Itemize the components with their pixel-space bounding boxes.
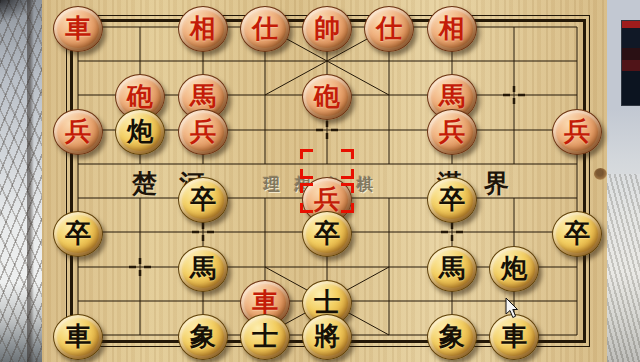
red-elephant[interactable]: 相 bbox=[427, 6, 477, 52]
piece-character: 卒 bbox=[314, 221, 340, 247]
red-elephant[interactable]: 相 bbox=[178, 6, 228, 52]
black-cannon[interactable]: 炮 bbox=[489, 246, 539, 292]
game-screen: 楚河 漢界 理想象棋 車相仕帥仕相砲馬砲馬兵兵兵兵兵車炮卒卒卒卒卒馬馬炮車象士士… bbox=[0, 0, 640, 362]
piece-character: 炮 bbox=[501, 256, 527, 282]
piece-character: 士 bbox=[314, 290, 340, 316]
piece-character: 兵 bbox=[190, 119, 216, 145]
piece-character: 兵 bbox=[564, 119, 590, 145]
red-soldier[interactable]: 兵 bbox=[53, 109, 103, 155]
piece-character: 卒 bbox=[439, 187, 465, 213]
mouse-cursor bbox=[505, 298, 519, 319]
piece-character: 兵 bbox=[314, 187, 340, 213]
background-window bbox=[621, 20, 640, 106]
black-chariot[interactable]: 車 bbox=[489, 314, 539, 360]
black-advisor[interactable]: 士 bbox=[240, 314, 290, 360]
black-horse[interactable]: 馬 bbox=[427, 246, 477, 292]
red-soldier[interactable]: 兵 bbox=[427, 109, 477, 155]
black-soldier[interactable]: 卒 bbox=[302, 211, 352, 257]
piece-character: 象 bbox=[439, 324, 465, 350]
piece-character: 砲 bbox=[127, 84, 153, 110]
black-elephant[interactable]: 象 bbox=[178, 314, 228, 360]
piece-character: 象 bbox=[190, 324, 216, 350]
red-general[interactable]: 帥 bbox=[302, 6, 352, 52]
black-general[interactable]: 將 bbox=[302, 314, 352, 360]
red-advisor[interactable]: 仕 bbox=[364, 6, 414, 52]
piece-character: 馬 bbox=[439, 256, 465, 282]
piece-character: 相 bbox=[439, 16, 465, 42]
black-elephant[interactable]: 象 bbox=[427, 314, 477, 360]
piece-character: 將 bbox=[314, 324, 340, 350]
piece-character: 砲 bbox=[314, 84, 340, 110]
red-soldier[interactable]: 兵 bbox=[178, 109, 228, 155]
black-soldier[interactable]: 卒 bbox=[427, 177, 477, 223]
red-advisor[interactable]: 仕 bbox=[240, 6, 290, 52]
piece-character: 車 bbox=[501, 324, 527, 350]
piece-character: 仕 bbox=[252, 16, 278, 42]
background-photo-left bbox=[0, 0, 42, 362]
piece-character: 帥 bbox=[314, 16, 340, 42]
black-soldier[interactable]: 卒 bbox=[178, 177, 228, 223]
black-chariot[interactable]: 車 bbox=[53, 314, 103, 360]
piece-character: 馬 bbox=[439, 84, 465, 110]
piece-character: 炮 bbox=[127, 119, 153, 145]
piece-character: 卒 bbox=[190, 187, 216, 213]
piece-character: 卒 bbox=[65, 221, 91, 247]
piece-character: 士 bbox=[252, 324, 278, 350]
piece-character: 車 bbox=[65, 16, 91, 42]
piece-character: 馬 bbox=[190, 84, 216, 110]
red-cannon[interactable]: 砲 bbox=[302, 74, 352, 120]
piece-character: 車 bbox=[65, 324, 91, 350]
piece-character: 兵 bbox=[439, 119, 465, 145]
piece-character: 仕 bbox=[376, 16, 402, 42]
red-chariot[interactable]: 車 bbox=[53, 6, 103, 52]
piece-character: 相 bbox=[190, 16, 216, 42]
piece-character: 兵 bbox=[65, 119, 91, 145]
piece-character: 馬 bbox=[190, 256, 216, 282]
piece-character: 車 bbox=[252, 290, 278, 316]
black-soldier[interactable]: 卒 bbox=[53, 211, 103, 257]
red-soldier[interactable]: 兵 bbox=[552, 109, 602, 155]
black-horse[interactable]: 馬 bbox=[178, 246, 228, 292]
black-cannon[interactable]: 炮 bbox=[115, 109, 165, 155]
black-soldier[interactable]: 卒 bbox=[552, 211, 602, 257]
piece-character: 卒 bbox=[564, 221, 590, 247]
